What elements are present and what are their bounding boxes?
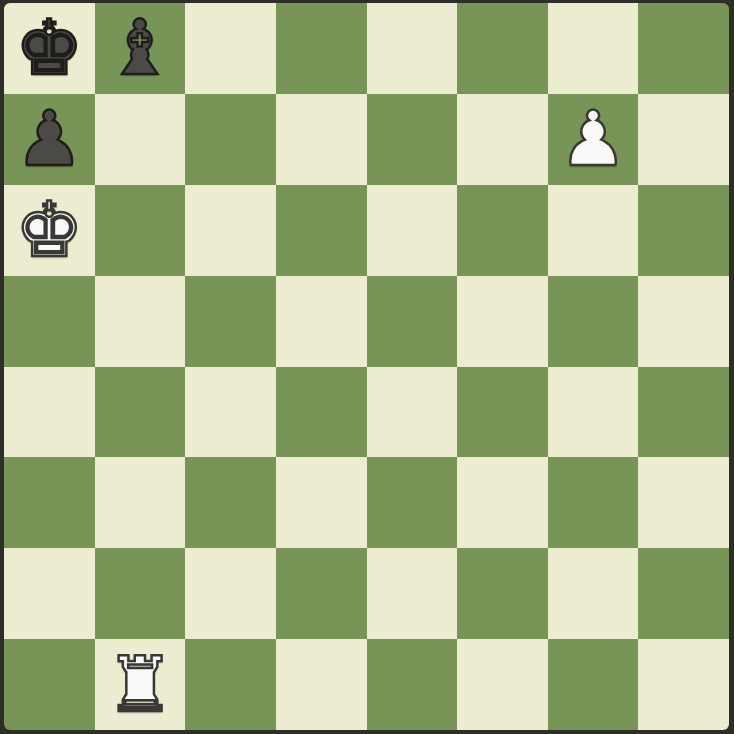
square-c6[interactable] xyxy=(185,185,276,276)
square-a5[interactable] xyxy=(4,276,95,367)
square-c7[interactable] xyxy=(185,94,276,185)
piece-black-king[interactable]: ♚ xyxy=(4,3,95,94)
square-h5[interactable] xyxy=(638,276,729,367)
square-d4[interactable] xyxy=(276,367,367,458)
square-a4[interactable] xyxy=(4,367,95,458)
square-g7[interactable]: ♟ xyxy=(548,94,639,185)
square-b2[interactable] xyxy=(95,548,186,639)
square-e2[interactable] xyxy=(367,548,458,639)
square-b5[interactable] xyxy=(95,276,186,367)
piece-black-bishop[interactable]: ♝ xyxy=(95,3,186,94)
square-h4[interactable] xyxy=(638,367,729,458)
square-h7[interactable] xyxy=(638,94,729,185)
square-b4[interactable] xyxy=(95,367,186,458)
chess-board: ♚♝♟♟♚♜ xyxy=(4,3,729,730)
square-h3[interactable] xyxy=(638,457,729,548)
square-f4[interactable] xyxy=(457,367,548,458)
square-h6[interactable] xyxy=(638,185,729,276)
square-e5[interactable] xyxy=(367,276,458,367)
square-g4[interactable] xyxy=(548,367,639,458)
square-f8[interactable] xyxy=(457,3,548,94)
square-g3[interactable] xyxy=(548,457,639,548)
square-e3[interactable] xyxy=(367,457,458,548)
square-c2[interactable] xyxy=(185,548,276,639)
square-e6[interactable] xyxy=(367,185,458,276)
square-f6[interactable] xyxy=(457,185,548,276)
square-h8[interactable] xyxy=(638,3,729,94)
square-e4[interactable] xyxy=(367,367,458,458)
square-b1[interactable]: ♜ xyxy=(95,639,186,730)
square-e8[interactable] xyxy=(367,3,458,94)
square-b3[interactable] xyxy=(95,457,186,548)
square-c5[interactable] xyxy=(185,276,276,367)
square-e1[interactable] xyxy=(367,639,458,730)
square-c8[interactable] xyxy=(185,3,276,94)
square-g1[interactable] xyxy=(548,639,639,730)
square-a8[interactable]: ♚ xyxy=(4,3,95,94)
square-f5[interactable] xyxy=(457,276,548,367)
square-d2[interactable] xyxy=(276,548,367,639)
piece-white-rook[interactable]: ♜ xyxy=(95,639,186,730)
board-frame: ♚♝♟♟♚♜ xyxy=(0,0,734,734)
square-e7[interactable] xyxy=(367,94,458,185)
square-d3[interactable] xyxy=(276,457,367,548)
square-a2[interactable] xyxy=(4,548,95,639)
piece-black-pawn[interactable]: ♟ xyxy=(4,94,95,185)
square-g8[interactable] xyxy=(548,3,639,94)
square-h1[interactable] xyxy=(638,639,729,730)
square-g6[interactable] xyxy=(548,185,639,276)
square-d1[interactable] xyxy=(276,639,367,730)
square-a1[interactable] xyxy=(4,639,95,730)
piece-white-pawn[interactable]: ♟ xyxy=(548,94,639,185)
square-d8[interactable] xyxy=(276,3,367,94)
square-b8[interactable]: ♝ xyxy=(95,3,186,94)
square-f7[interactable] xyxy=(457,94,548,185)
square-d5[interactable] xyxy=(276,276,367,367)
square-a6[interactable]: ♚ xyxy=(4,185,95,276)
square-a7[interactable]: ♟ xyxy=(4,94,95,185)
square-g2[interactable] xyxy=(548,548,639,639)
square-c4[interactable] xyxy=(185,367,276,458)
square-d6[interactable] xyxy=(276,185,367,276)
square-a3[interactable] xyxy=(4,457,95,548)
square-f2[interactable] xyxy=(457,548,548,639)
piece-white-king[interactable]: ♚ xyxy=(4,185,95,276)
square-c3[interactable] xyxy=(185,457,276,548)
square-g5[interactable] xyxy=(548,276,639,367)
square-f3[interactable] xyxy=(457,457,548,548)
square-b7[interactable] xyxy=(95,94,186,185)
square-c1[interactable] xyxy=(185,639,276,730)
square-h2[interactable] xyxy=(638,548,729,639)
square-f1[interactable] xyxy=(457,639,548,730)
square-b6[interactable] xyxy=(95,185,186,276)
square-d7[interactable] xyxy=(276,94,367,185)
